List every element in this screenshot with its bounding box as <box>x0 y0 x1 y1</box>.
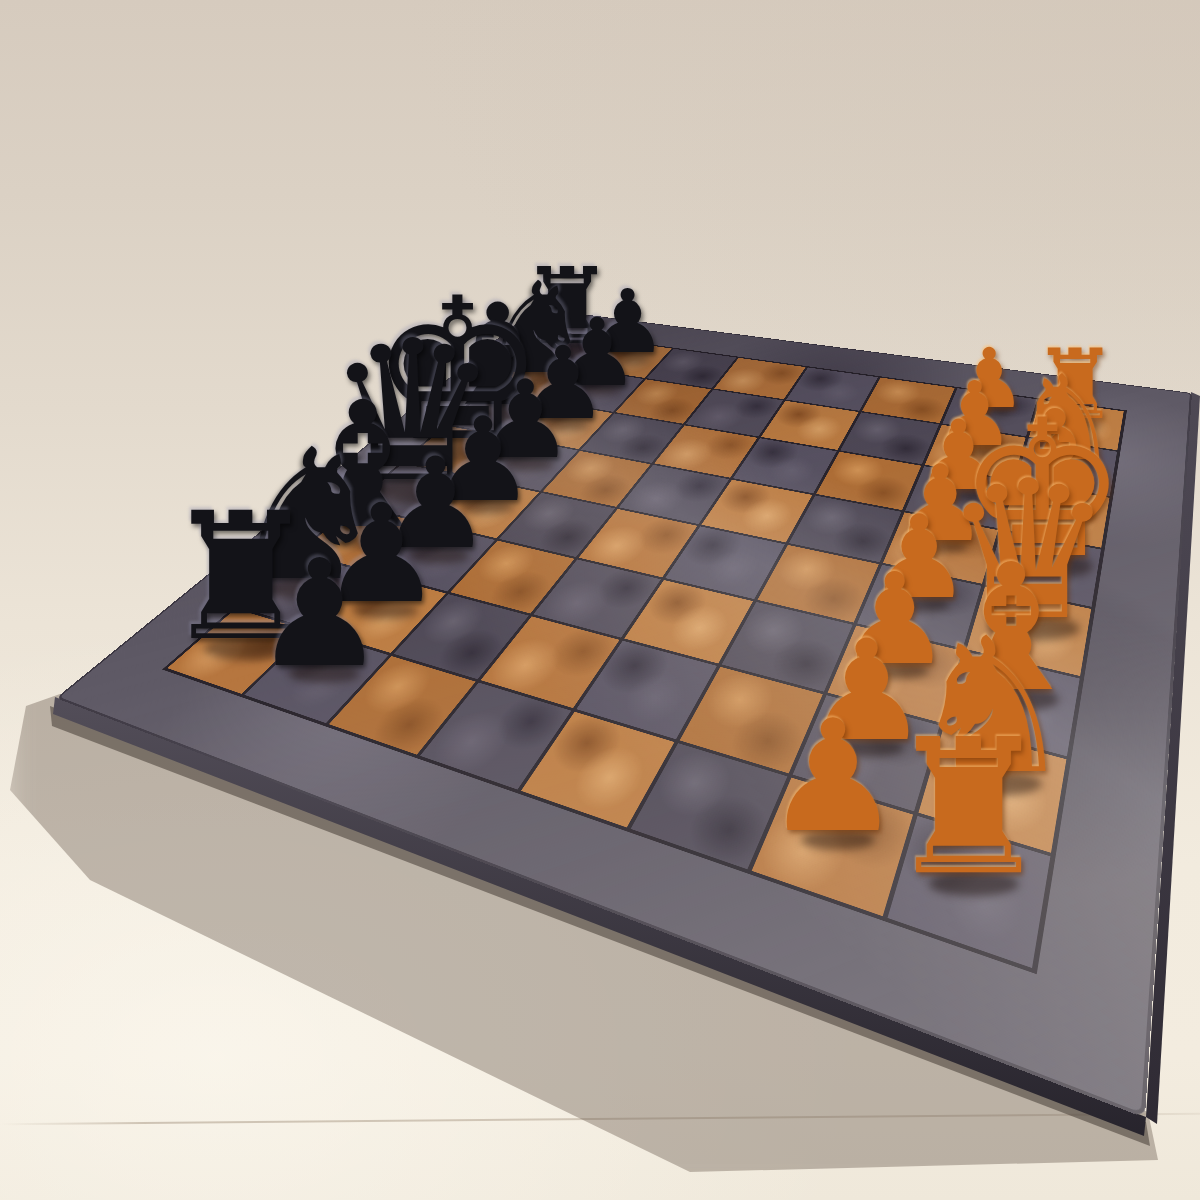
white-pawn-glyph: ♟ <box>764 700 903 855</box>
black-pawn-glyph: ♟ <box>253 540 386 688</box>
chess-set-photo: ♜♞♝♛♚♝♞♜♟♟♟♟♟♟♟♟♟♟♟♟♟♟♟♟♜♞♝♛♚♝♞♜ <box>0 0 1200 1200</box>
white-rook-glyph: ♜ <box>885 715 1052 902</box>
